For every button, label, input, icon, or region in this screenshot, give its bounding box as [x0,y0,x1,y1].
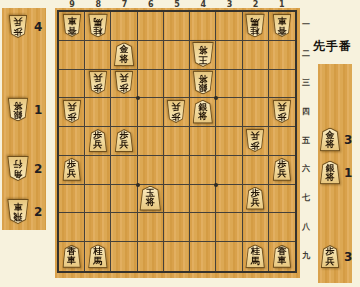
piece-tile: 銀将 [8,98,29,122]
piece-gote-飛車[interactable]: 飛車 [7,199,29,224]
piece-kanji: 桂馬 [89,245,107,267]
piece-tile: 歩兵 [62,158,81,181]
square-6-3[interactable] [138,70,164,99]
square-7-2[interactable]: 金将 [111,41,137,70]
piece-kanji: 香車 [273,246,290,267]
file-label-3: 3 [227,0,233,10]
square-6-7[interactable]: 玉将 [138,185,164,214]
sente-hand-tray: 金将3銀将1歩兵3 [318,64,352,283]
file-label-9: 9 [69,0,75,10]
piece-sente-歩兵[interactable]: 歩兵 [272,158,291,181]
file-label-1: 1 [279,0,285,10]
square-2-9[interactable]: 桂馬 [243,242,269,271]
piece-kanji: 歩兵 [273,159,290,180]
piece-tile: 歩兵 [88,71,107,94]
square-7-6[interactable] [111,156,137,185]
gote-hand-count-角行: 2 [34,162,42,176]
square-8-3[interactable]: 歩兵 [85,70,111,99]
piece-kanji: 銀将 [9,99,28,121]
piece-tile: 歩兵 [115,129,134,152]
square-1-1[interactable]: 香車 [269,12,295,41]
square-3-1[interactable] [216,12,242,41]
square-5-2[interactable] [164,41,190,70]
square-9-2[interactable] [59,41,85,70]
file-label-2: 2 [253,0,259,10]
square-8-7[interactable] [85,185,111,214]
piece-tile: 角行 [7,156,29,181]
piece-gote-銀将[interactable]: 銀将 [192,71,213,95]
square-6-9[interactable] [138,242,164,271]
piece-sente-歩兵[interactable]: 歩兵 [321,245,340,268]
piece-tile: 銀将 [320,161,341,185]
board-grid: 香車桂馬桂馬香車金将王将歩兵歩兵銀将歩兵歩兵銀将歩兵歩兵歩兵歩兵歩兵歩兵玉将歩兵… [57,10,297,273]
piece-gote-王将[interactable]: 王将 [192,42,214,67]
piece-sente-香車[interactable]: 香車 [62,245,81,268]
square-4-4[interactable]: 銀将 [190,98,216,127]
square-1-4[interactable]: 歩兵 [269,98,295,127]
piece-kanji: 歩兵 [116,130,133,151]
piece-tile: 歩兵 [272,100,291,123]
piece-tile: 歩兵 [246,129,265,152]
gote-hand-tray: 歩兵4銀将1角行2飛車2 [2,8,46,230]
gote-hand-count-銀将: 1 [34,103,42,117]
piece-tile: 金将 [114,42,135,66]
square-9-8[interactable] [59,213,85,242]
piece-tile: 王将 [192,42,214,67]
square-3-7[interactable] [216,185,242,214]
piece-kanji: 玉将 [140,187,160,210]
square-4-8[interactable] [190,213,216,242]
piece-tile: 歩兵 [272,158,291,181]
square-2-3[interactable] [243,70,269,99]
hoshi-dot [136,183,140,187]
piece-tile: 桂馬 [88,13,108,37]
sente-hand-金将[interactable]: 金将3 [318,127,352,153]
square-8-4[interactable] [85,98,111,127]
square-7-3[interactable]: 歩兵 [111,70,137,99]
piece-tile: 桂馬 [88,244,108,268]
square-6-2[interactable] [138,41,164,70]
square-1-2[interactable] [269,41,295,70]
square-7-8[interactable] [111,213,137,242]
piece-tile: 香車 [272,14,291,37]
piece-kanji: 銀将 [193,101,212,123]
square-5-6[interactable] [164,156,190,185]
square-9-5[interactable] [59,127,85,156]
square-9-3[interactable] [59,70,85,99]
rank-label-5: 五 [302,134,310,145]
square-3-5[interactable] [216,127,242,156]
square-4-6[interactable] [190,156,216,185]
square-9-7[interactable] [59,185,85,214]
piece-sente-金将[interactable]: 金将 [114,42,135,66]
piece-sente-歩兵[interactable]: 歩兵 [88,129,107,152]
piece-tile: 歩兵 [88,129,107,152]
piece-tile: 香車 [62,14,81,37]
gote-hand-歩兵[interactable]: 歩兵4 [2,14,46,40]
square-2-8[interactable] [243,213,269,242]
gote-hand-count-飛車: 2 [34,205,42,219]
square-1-6[interactable]: 歩兵 [269,156,295,185]
piece-tile: 香車 [272,245,291,268]
piece-sente-玉将[interactable]: 玉将 [139,186,161,211]
gote-hand-角行[interactable]: 角行2 [2,156,46,182]
square-4-5[interactable] [190,127,216,156]
piece-kanji: 銀将 [193,72,212,94]
square-4-7[interactable] [190,185,216,214]
square-2-1[interactable]: 桂馬 [243,12,269,41]
square-2-6[interactable] [243,156,269,185]
rank-label-6: 六 [302,163,310,174]
square-9-9[interactable]: 香車 [59,242,85,271]
piece-gote-歩兵[interactable]: 歩兵 [246,129,265,152]
piece-gote-歩兵[interactable]: 歩兵 [88,71,107,94]
square-2-7[interactable]: 歩兵 [243,185,269,214]
piece-tile: 歩兵 [167,100,186,123]
square-1-5[interactable] [269,127,295,156]
square-5-5[interactable] [164,127,190,156]
square-4-1[interactable] [190,12,216,41]
square-5-4[interactable]: 歩兵 [164,98,190,127]
piece-gote-歩兵[interactable]: 歩兵 [167,100,186,123]
square-8-9[interactable]: 桂馬 [85,242,111,271]
piece-kanji: 桂馬 [89,14,107,36]
piece-tile: 飛車 [7,199,29,224]
piece-sente-銀将[interactable]: 銀将 [320,161,341,185]
gote-hand-飛車[interactable]: 飛車2 [2,199,46,225]
square-6-5[interactable] [138,127,164,156]
square-3-3[interactable] [216,70,242,99]
piece-kanji: 歩兵 [89,130,106,151]
square-4-3[interactable]: 銀将 [190,70,216,99]
square-1-7[interactable] [269,185,295,214]
piece-kanji: 王将 [193,43,213,66]
square-6-1[interactable] [138,12,164,41]
square-3-2[interactable] [216,41,242,70]
piece-gote-香車[interactable]: 香車 [62,14,81,37]
piece-tile: 歩兵 [9,15,28,38]
piece-kanji: 歩兵 [116,72,133,93]
piece-kanji: 香車 [63,15,80,36]
shogi-app: 歩兵4銀将1角行2飛車2 香車桂馬桂馬香車金将王将歩兵歩兵銀将歩兵歩兵銀将歩兵歩… [0,0,360,287]
square-1-9[interactable]: 香車 [269,242,295,271]
piece-gote-桂馬[interactable]: 桂馬 [88,13,108,37]
square-5-3[interactable] [164,70,190,99]
square-3-6[interactable] [216,156,242,185]
piece-kanji: 歩兵 [10,16,27,37]
piece-kanji: 金将 [115,43,134,65]
square-7-1[interactable] [111,12,137,41]
piece-kanji: 歩兵 [63,159,80,180]
square-9-6[interactable]: 歩兵 [59,156,85,185]
file-label-4: 4 [200,0,206,10]
piece-gote-角行[interactable]: 角行 [7,156,29,181]
piece-kanji: 歩兵 [89,72,106,93]
hoshi-dot [136,96,140,100]
square-8-1[interactable]: 桂馬 [85,12,111,41]
file-label-6: 6 [148,0,154,10]
piece-sente-歩兵[interactable]: 歩兵 [246,187,265,210]
gote-hand-銀将[interactable]: 銀将1 [2,97,46,123]
square-5-1[interactable] [164,12,190,41]
piece-gote-歩兵[interactable]: 歩兵 [62,100,81,123]
rank-label-1: 一 [302,19,310,30]
square-9-4[interactable]: 歩兵 [59,98,85,127]
hoshi-dot [214,96,218,100]
piece-gote-歩兵[interactable]: 歩兵 [115,71,134,94]
square-6-8[interactable] [138,213,164,242]
piece-tile: 桂馬 [245,13,265,37]
square-8-6[interactable] [85,156,111,185]
square-2-5[interactable]: 歩兵 [243,127,269,156]
piece-kanji: 香車 [273,15,290,36]
square-2-4[interactable] [243,98,269,127]
gote-hand-count-歩兵: 4 [34,20,42,34]
board-panel: 香車桂馬桂馬香車金将王将歩兵歩兵銀将歩兵歩兵銀将歩兵歩兵歩兵歩兵歩兵歩兵玉将歩兵… [55,8,300,278]
piece-kanji: 歩兵 [168,101,185,122]
piece-kanji: 金将 [321,129,340,151]
square-7-4[interactable] [111,98,137,127]
piece-tile: 歩兵 [246,187,265,210]
sente-hand-銀将[interactable]: 銀将1 [318,160,352,186]
piece-kanji: 歩兵 [322,246,339,267]
rank-label-7: 七 [302,192,310,203]
piece-tile: 金将 [320,128,341,152]
square-3-9[interactable] [216,242,242,271]
hoshi-dot [214,183,218,187]
square-8-5[interactable]: 歩兵 [85,127,111,156]
piece-tile: 歩兵 [62,100,81,123]
square-3-8[interactable] [216,213,242,242]
piece-gote-香車[interactable]: 香車 [272,14,291,37]
square-3-4[interactable] [216,98,242,127]
piece-tile: 歩兵 [321,245,340,268]
piece-kanji: 銀将 [321,162,340,184]
piece-sente-銀将[interactable]: 銀将 [192,100,213,124]
rank-label-2: 二 [302,48,310,59]
square-8-8[interactable] [85,213,111,242]
piece-kanji: 香車 [63,246,80,267]
sente-hand-count-金将: 3 [344,133,352,147]
square-7-9[interactable] [111,242,137,271]
square-5-9[interactable] [164,242,190,271]
piece-tile: 歩兵 [115,71,134,94]
square-5-8[interactable] [164,213,190,242]
piece-tile: 銀将 [192,71,213,95]
piece-gote-歩兵[interactable]: 歩兵 [9,15,28,38]
rank-label-4: 四 [302,105,310,116]
piece-tile: 桂馬 [245,244,265,268]
square-8-2[interactable] [85,41,111,70]
square-7-7[interactable] [111,185,137,214]
rank-label-9: 九 [302,249,310,260]
piece-tile: 玉将 [139,186,161,211]
rank-label-3: 三 [302,76,310,87]
piece-kanji: 歩兵 [247,130,264,151]
turn-indicator: 先手番 [313,38,359,55]
sente-hand-count-歩兵: 3 [344,250,352,264]
piece-tile: 香車 [62,245,81,268]
square-2-2[interactable] [243,41,269,70]
square-4-2[interactable]: 王将 [190,41,216,70]
piece-kanji: 桂馬 [246,245,264,267]
piece-sente-歩兵[interactable]: 歩兵 [115,129,134,152]
square-6-6[interactable] [138,156,164,185]
piece-tile: 銀将 [192,100,213,124]
square-4-9[interactable] [190,242,216,271]
sente-hand-歩兵[interactable]: 歩兵3 [318,244,352,270]
square-7-5[interactable]: 歩兵 [111,127,137,156]
piece-sente-香車[interactable]: 香車 [272,245,291,268]
file-label-7: 7 [122,0,128,10]
file-label-5: 5 [174,0,180,10]
square-5-7[interactable] [164,185,190,214]
piece-kanji: 角行 [8,157,28,180]
piece-kanji: 歩兵 [273,101,290,122]
rank-label-8: 八 [302,220,310,231]
square-1-8[interactable] [269,213,295,242]
piece-kanji: 飛車 [8,200,28,223]
piece-gote-歩兵[interactable]: 歩兵 [272,100,291,123]
file-label-8: 8 [96,0,102,10]
piece-kanji: 桂馬 [246,14,264,36]
square-6-4[interactable] [138,98,164,127]
file-coordinates: 987654321 [59,0,295,10]
square-1-3[interactable] [269,70,295,99]
piece-sente-歩兵[interactable]: 歩兵 [62,158,81,181]
piece-sente-桂馬[interactable]: 桂馬 [88,244,108,268]
piece-kanji: 歩兵 [63,101,80,122]
piece-sente-桂馬[interactable]: 桂馬 [245,244,265,268]
piece-gote-桂馬[interactable]: 桂馬 [245,13,265,37]
sente-hand-count-銀将: 1 [344,166,352,180]
piece-sente-金将[interactable]: 金将 [320,128,341,152]
square-9-1[interactable]: 香車 [59,12,85,41]
piece-gote-銀将[interactable]: 銀将 [8,98,29,122]
piece-kanji: 歩兵 [247,188,264,209]
